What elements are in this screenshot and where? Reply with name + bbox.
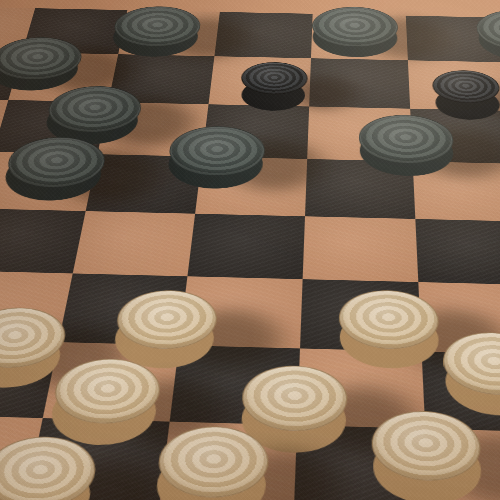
- piece-glyph: ⛂: [351, 24, 358, 28]
- square-r4-c3[interactable]: [73, 211, 195, 276]
- checkers-board: ⛂⛂⛂⛂⛃⛃⛂⛂⛂⛂⛀⛀⛀⛀⛀⛀⛀⛀⛀: [0, 5, 500, 500]
- square-r3-c6[interactable]: [413, 161, 500, 221]
- piece-glyph: ⛀: [9, 334, 20, 341]
- square-r3-c5[interactable]: [305, 159, 415, 219]
- piece-glyph: ⛂: [33, 56, 42, 60]
- piece-glyph: ⛃: [270, 76, 278, 81]
- piece-glyph: ⛂: [153, 24, 161, 28]
- piece-glyph: ⛂: [52, 159, 61, 164]
- piece-glyph: ⛀: [208, 457, 219, 465]
- piece-glyph: ⛀: [290, 394, 300, 401]
- piece-glyph: ⛃: [462, 84, 470, 89]
- piece-glyph: ⛀: [162, 316, 172, 323]
- piece-glyph: ⛀: [384, 316, 393, 323]
- piece-glyph: ⛀: [34, 468, 46, 476]
- piece-glyph: ⛂: [91, 106, 100, 111]
- piece-glyph: ⛂: [402, 136, 410, 141]
- square-r4-c6[interactable]: [415, 219, 500, 285]
- square-r4-c4[interactable]: [187, 214, 305, 279]
- piece-glyph: ⛂: [213, 148, 222, 153]
- checkers-board-photo: ⛂⛂⛂⛂⛃⛃⛂⛂⛂⛂⛀⛀⛀⛀⛀⛀⛀⛀⛀: [0, 0, 500, 500]
- piece-glyph: ⛀: [490, 359, 500, 366]
- square-r1-c5[interactable]: [309, 58, 410, 108]
- piece-glyph: ⛀: [421, 441, 431, 449]
- square-r4-c2[interactable]: [0, 208, 86, 273]
- square-r4-c5[interactable]: [303, 216, 419, 282]
- piece-glyph: ⛀: [102, 387, 113, 394]
- square-r0-c4[interactable]: [214, 12, 312, 58]
